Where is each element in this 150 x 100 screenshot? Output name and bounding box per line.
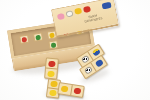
tile-half — [70, 85, 84, 97]
duck-motif-icon — [61, 86, 69, 93]
lid-label: FARM DOMINOES — [78, 12, 109, 25]
stacked-domino-tile — [33, 33, 43, 42]
motif-icon — [49, 32, 55, 38]
tile-half — [45, 68, 57, 79]
product-photo-farm-dominoes: FARM DOMINOES — [0, 0, 150, 100]
rooster-motif-icon — [73, 87, 81, 94]
box-slide-lid: FARM DOMINOES — [51, 0, 119, 38]
tractor-motif-icon — [102, 2, 112, 10]
goose-motif-icon — [66, 10, 74, 17]
motif-icon — [35, 34, 41, 40]
stacked-domino-tile — [48, 40, 58, 49]
chick-motif-icon — [49, 90, 57, 97]
stacked-domino-tile — [19, 35, 29, 44]
chick-motif-icon — [47, 70, 54, 77]
tractor-motif-icon — [94, 59, 103, 68]
cow-motif-icon — [83, 66, 92, 75]
motif-icon — [50, 42, 56, 48]
pig-motif-icon — [57, 13, 65, 20]
duck-motif-icon — [74, 8, 82, 15]
domino-tile — [44, 57, 59, 79]
rooster-motif-icon — [48, 60, 55, 67]
duck-motif-icon — [50, 81, 58, 88]
rooster-motif-icon — [83, 6, 91, 13]
motif-icon — [21, 36, 27, 42]
